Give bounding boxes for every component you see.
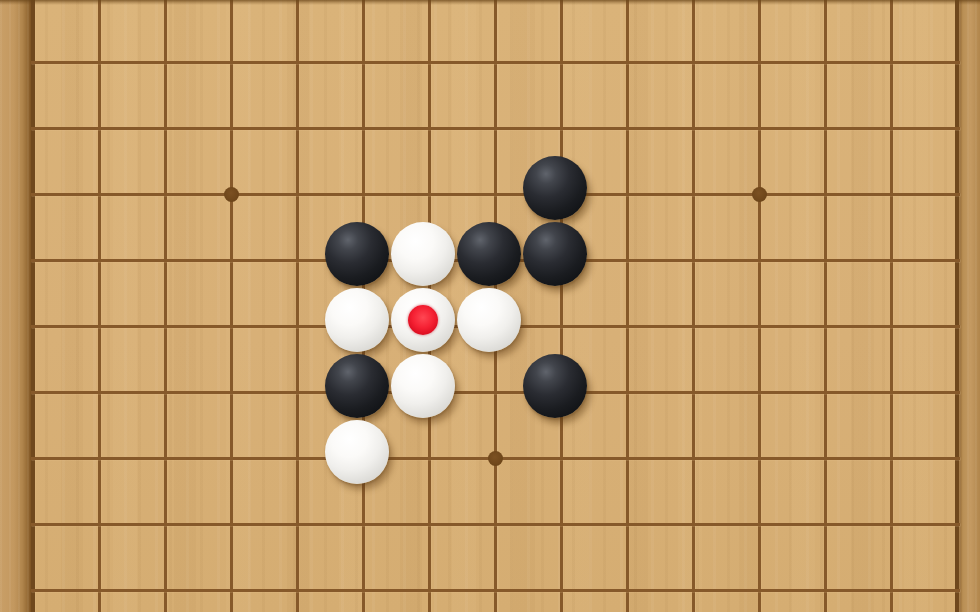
grid-vline (164, 0, 167, 612)
board-right-edge (959, 0, 980, 612)
black-stone (523, 156, 587, 220)
grid-vline (31, 0, 35, 612)
white-stone (391, 222, 455, 286)
grid-vline (890, 0, 893, 612)
grid-vline (626, 0, 629, 612)
black-stone (523, 222, 587, 286)
black-stone (523, 354, 587, 418)
white-stone (457, 288, 521, 352)
white-stone (325, 288, 389, 352)
game-screen (0, 0, 980, 612)
grid-vline (296, 0, 299, 612)
gomoku-board[interactable] (0, 0, 980, 612)
black-stone (457, 222, 521, 286)
grid-hline (31, 589, 960, 592)
grid-vline (824, 0, 827, 612)
grid-vline (98, 0, 101, 612)
last-move-marker (408, 305, 438, 335)
grid-hline (31, 391, 960, 394)
grid-vline (758, 0, 761, 612)
white-stone (325, 420, 389, 484)
black-stone (325, 354, 389, 418)
grid-hline (31, 127, 960, 130)
board-left-edge (0, 0, 31, 612)
grid-vline (230, 0, 233, 612)
board-top-shade (0, 0, 980, 5)
grid-vline (560, 0, 563, 612)
grid-vline (955, 0, 959, 612)
grid-hline (31, 523, 960, 526)
grid-hline (31, 193, 960, 196)
grid-vline (692, 0, 695, 612)
white-stone (391, 354, 455, 418)
star-point (488, 451, 503, 466)
star-point (752, 187, 767, 202)
star-point (224, 187, 239, 202)
grid-hline (31, 61, 960, 64)
white-stone (391, 288, 455, 352)
black-stone (325, 222, 389, 286)
